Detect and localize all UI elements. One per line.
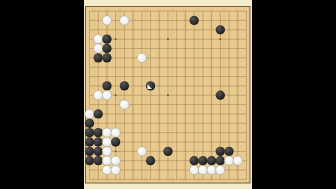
stone-white <box>102 147 111 156</box>
stone-white <box>233 156 242 165</box>
stone-black <box>111 137 120 146</box>
stone-white <box>137 147 146 156</box>
stone-black <box>189 16 198 25</box>
stone-black <box>94 156 103 165</box>
stone-white <box>85 109 94 118</box>
stone-white <box>111 128 120 137</box>
stone-black <box>102 53 111 62</box>
stone-black <box>198 156 207 165</box>
stone-black <box>146 81 155 90</box>
stone-white <box>189 165 198 174</box>
stone-white <box>224 156 233 165</box>
stone-black <box>102 35 111 44</box>
stone-white <box>94 35 103 44</box>
stone-black <box>85 128 94 137</box>
stone-black <box>94 109 103 118</box>
stone-black <box>163 147 172 156</box>
stone-white <box>94 44 103 53</box>
stone-white <box>137 53 146 62</box>
stone-black <box>85 147 94 156</box>
stone-white <box>102 16 111 25</box>
stone-black <box>102 81 111 90</box>
letterbox-left <box>0 0 84 189</box>
stone-white <box>111 156 120 165</box>
stone-black <box>85 137 94 146</box>
stone-white <box>102 91 111 100</box>
stone-black <box>216 147 225 156</box>
stone-black <box>94 53 103 62</box>
stone-white <box>120 16 129 25</box>
stone-white <box>94 91 103 100</box>
stone-black <box>146 156 155 165</box>
board-svg <box>84 0 252 189</box>
stone-white <box>102 128 111 137</box>
stone-black <box>216 91 225 100</box>
stone-white <box>207 165 216 174</box>
stone-black <box>85 156 94 165</box>
stone-black <box>94 137 103 146</box>
stone-white <box>111 165 120 174</box>
stone-white <box>120 100 129 109</box>
stone-black <box>120 81 129 90</box>
stone-white <box>102 137 111 146</box>
stone-white <box>216 165 225 174</box>
stone-black <box>216 25 225 34</box>
stone-black <box>189 156 198 165</box>
stone-black <box>102 44 111 53</box>
letterbox-right <box>252 0 336 189</box>
stone-black <box>94 147 103 156</box>
go-board[interactable] <box>84 0 252 189</box>
stone-white <box>198 165 207 174</box>
stone-black <box>224 147 233 156</box>
stone-white <box>102 156 111 165</box>
stone-black <box>207 156 216 165</box>
stone-black <box>94 128 103 137</box>
video-frame <box>0 0 336 189</box>
stone-white <box>102 165 111 174</box>
stone-black <box>85 119 94 128</box>
stone-black <box>216 156 225 165</box>
